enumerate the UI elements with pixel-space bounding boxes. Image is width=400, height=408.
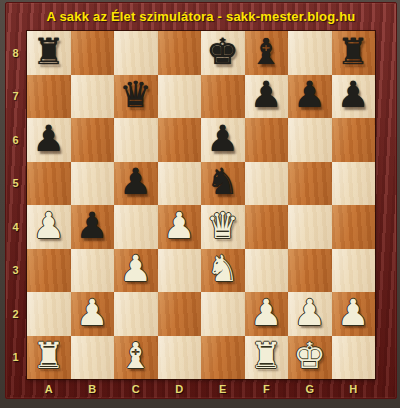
square-b1[interactable] <box>71 336 115 380</box>
white-pawn-piece[interactable]: ♟ <box>250 295 282 331</box>
square-h5[interactable] <box>332 162 376 206</box>
square-e6[interactable]: ♟ <box>201 118 245 162</box>
file-label-g: G <box>288 379 332 398</box>
square-g5[interactable] <box>288 162 332 206</box>
chess-board: ♜♚♝♜♛♟♟♟♟♟♟♞♟♟♟♛♟♞♟♟♟♟♜♝♜♚ <box>27 31 375 379</box>
square-g8[interactable] <box>288 31 332 75</box>
white-pawn-piece[interactable]: ♟ <box>120 251 152 287</box>
square-c6[interactable] <box>114 118 158 162</box>
square-d6[interactable] <box>158 118 202 162</box>
square-b6[interactable] <box>71 118 115 162</box>
square-d8[interactable] <box>158 31 202 75</box>
square-d1[interactable] <box>158 336 202 380</box>
square-h1[interactable] <box>332 336 376 380</box>
white-pawn-piece[interactable]: ♟ <box>163 208 195 244</box>
chess-app-window: A sakk az Élet szimulátora - sakk-mester… <box>0 0 400 408</box>
square-h8[interactable]: ♜ <box>332 31 376 75</box>
rank-label-1: 1 <box>5 336 26 380</box>
black-king-piece[interactable]: ♚ <box>207 34 239 70</box>
square-h2[interactable]: ♟ <box>332 292 376 336</box>
page-title: A sakk az Élet szimulátora - sakk-mester… <box>47 9 356 24</box>
white-queen-piece[interactable]: ♛ <box>207 208 239 244</box>
black-pawn-piece[interactable]: ♟ <box>207 121 239 157</box>
rank-label-6: 6 <box>5 118 26 162</box>
square-a1[interactable]: ♜ <box>27 336 71 380</box>
square-e7[interactable] <box>201 75 245 119</box>
rank-label-7: 7 <box>5 75 26 119</box>
square-c4[interactable] <box>114 205 158 249</box>
square-a4[interactable]: ♟ <box>27 205 71 249</box>
rank-label-2: 2 <box>5 292 26 336</box>
square-h7[interactable]: ♟ <box>332 75 376 119</box>
black-pawn-piece[interactable]: ♟ <box>33 121 65 157</box>
square-e8[interactable]: ♚ <box>201 31 245 75</box>
file-label-c: C <box>114 379 158 398</box>
black-pawn-piece[interactable]: ♟ <box>250 77 282 113</box>
white-pawn-piece[interactable]: ♟ <box>76 295 108 331</box>
square-f3[interactable] <box>245 249 289 293</box>
black-pawn-piece[interactable]: ♟ <box>294 77 326 113</box>
white-rook-piece[interactable]: ♜ <box>250 338 282 374</box>
square-c3[interactable]: ♟ <box>114 249 158 293</box>
rank-label-5: 5 <box>5 162 26 206</box>
square-e2[interactable] <box>201 292 245 336</box>
square-g3[interactable] <box>288 249 332 293</box>
square-a5[interactable] <box>27 162 71 206</box>
square-d2[interactable] <box>158 292 202 336</box>
square-g7[interactable]: ♟ <box>288 75 332 119</box>
rank-label-4: 4 <box>5 205 26 249</box>
square-f7[interactable]: ♟ <box>245 75 289 119</box>
square-b2[interactable]: ♟ <box>71 292 115 336</box>
white-pawn-piece[interactable]: ♟ <box>33 208 65 244</box>
black-rook-piece[interactable]: ♜ <box>33 34 65 70</box>
square-e4[interactable]: ♛ <box>201 205 245 249</box>
square-b7[interactable] <box>71 75 115 119</box>
white-pawn-piece[interactable]: ♟ <box>337 295 369 331</box>
square-b4[interactable]: ♟ <box>71 205 115 249</box>
square-d5[interactable] <box>158 162 202 206</box>
square-f2[interactable]: ♟ <box>245 292 289 336</box>
square-d4[interactable]: ♟ <box>158 205 202 249</box>
white-bishop-piece[interactable]: ♝ <box>120 338 152 374</box>
white-pawn-piece[interactable]: ♟ <box>294 295 326 331</box>
file-label-e: E <box>201 379 245 398</box>
square-a8[interactable]: ♜ <box>27 31 71 75</box>
file-coordinates: ABCDEFGH <box>27 379 375 398</box>
rank-coordinates: 87654321 <box>5 31 26 379</box>
square-a6[interactable]: ♟ <box>27 118 71 162</box>
rank-label-8: 8 <box>5 31 26 75</box>
white-knight-piece[interactable]: ♞ <box>207 251 239 287</box>
white-rook-piece[interactable]: ♜ <box>33 338 65 374</box>
black-knight-piece[interactable]: ♞ <box>207 164 239 200</box>
square-f6[interactable] <box>245 118 289 162</box>
black-pawn-piece[interactable]: ♟ <box>76 208 108 244</box>
square-a3[interactable] <box>27 249 71 293</box>
square-f8[interactable]: ♝ <box>245 31 289 75</box>
file-label-f: F <box>245 379 289 398</box>
title-bar: A sakk az Élet szimulátora - sakk-mester… <box>6 3 396 29</box>
square-a7[interactable] <box>27 75 71 119</box>
square-c8[interactable] <box>114 31 158 75</box>
file-label-d: D <box>158 379 202 398</box>
square-e1[interactable] <box>201 336 245 380</box>
square-f4[interactable] <box>245 205 289 249</box>
black-pawn-piece[interactable]: ♟ <box>337 77 369 113</box>
square-e5[interactable]: ♞ <box>201 162 245 206</box>
square-h6[interactable] <box>332 118 376 162</box>
black-queen-piece[interactable]: ♛ <box>120 77 152 113</box>
file-label-h: H <box>332 379 376 398</box>
square-a2[interactable] <box>27 292 71 336</box>
square-h3[interactable] <box>332 249 376 293</box>
square-f5[interactable] <box>245 162 289 206</box>
white-king-piece[interactable]: ♚ <box>294 338 326 374</box>
square-c2[interactable] <box>114 292 158 336</box>
black-bishop-piece[interactable]: ♝ <box>250 34 282 70</box>
black-pawn-piece[interactable]: ♟ <box>120 164 152 200</box>
square-c5[interactable]: ♟ <box>114 162 158 206</box>
file-label-b: B <box>71 379 115 398</box>
square-d3[interactable] <box>158 249 202 293</box>
square-b3[interactable] <box>71 249 115 293</box>
square-e3[interactable]: ♞ <box>201 249 245 293</box>
black-rook-piece[interactable]: ♜ <box>337 34 369 70</box>
square-h4[interactable] <box>332 205 376 249</box>
file-label-a: A <box>27 379 71 398</box>
square-c7[interactable]: ♛ <box>114 75 158 119</box>
square-c1[interactable]: ♝ <box>114 336 158 380</box>
square-d7[interactable] <box>158 75 202 119</box>
square-b5[interactable] <box>71 162 115 206</box>
square-g4[interactable] <box>288 205 332 249</box>
square-f1[interactable]: ♜ <box>245 336 289 380</box>
square-g6[interactable] <box>288 118 332 162</box>
square-g1[interactable]: ♚ <box>288 336 332 380</box>
square-g2[interactable]: ♟ <box>288 292 332 336</box>
square-b8[interactable] <box>71 31 115 75</box>
rank-label-3: 3 <box>5 249 26 293</box>
